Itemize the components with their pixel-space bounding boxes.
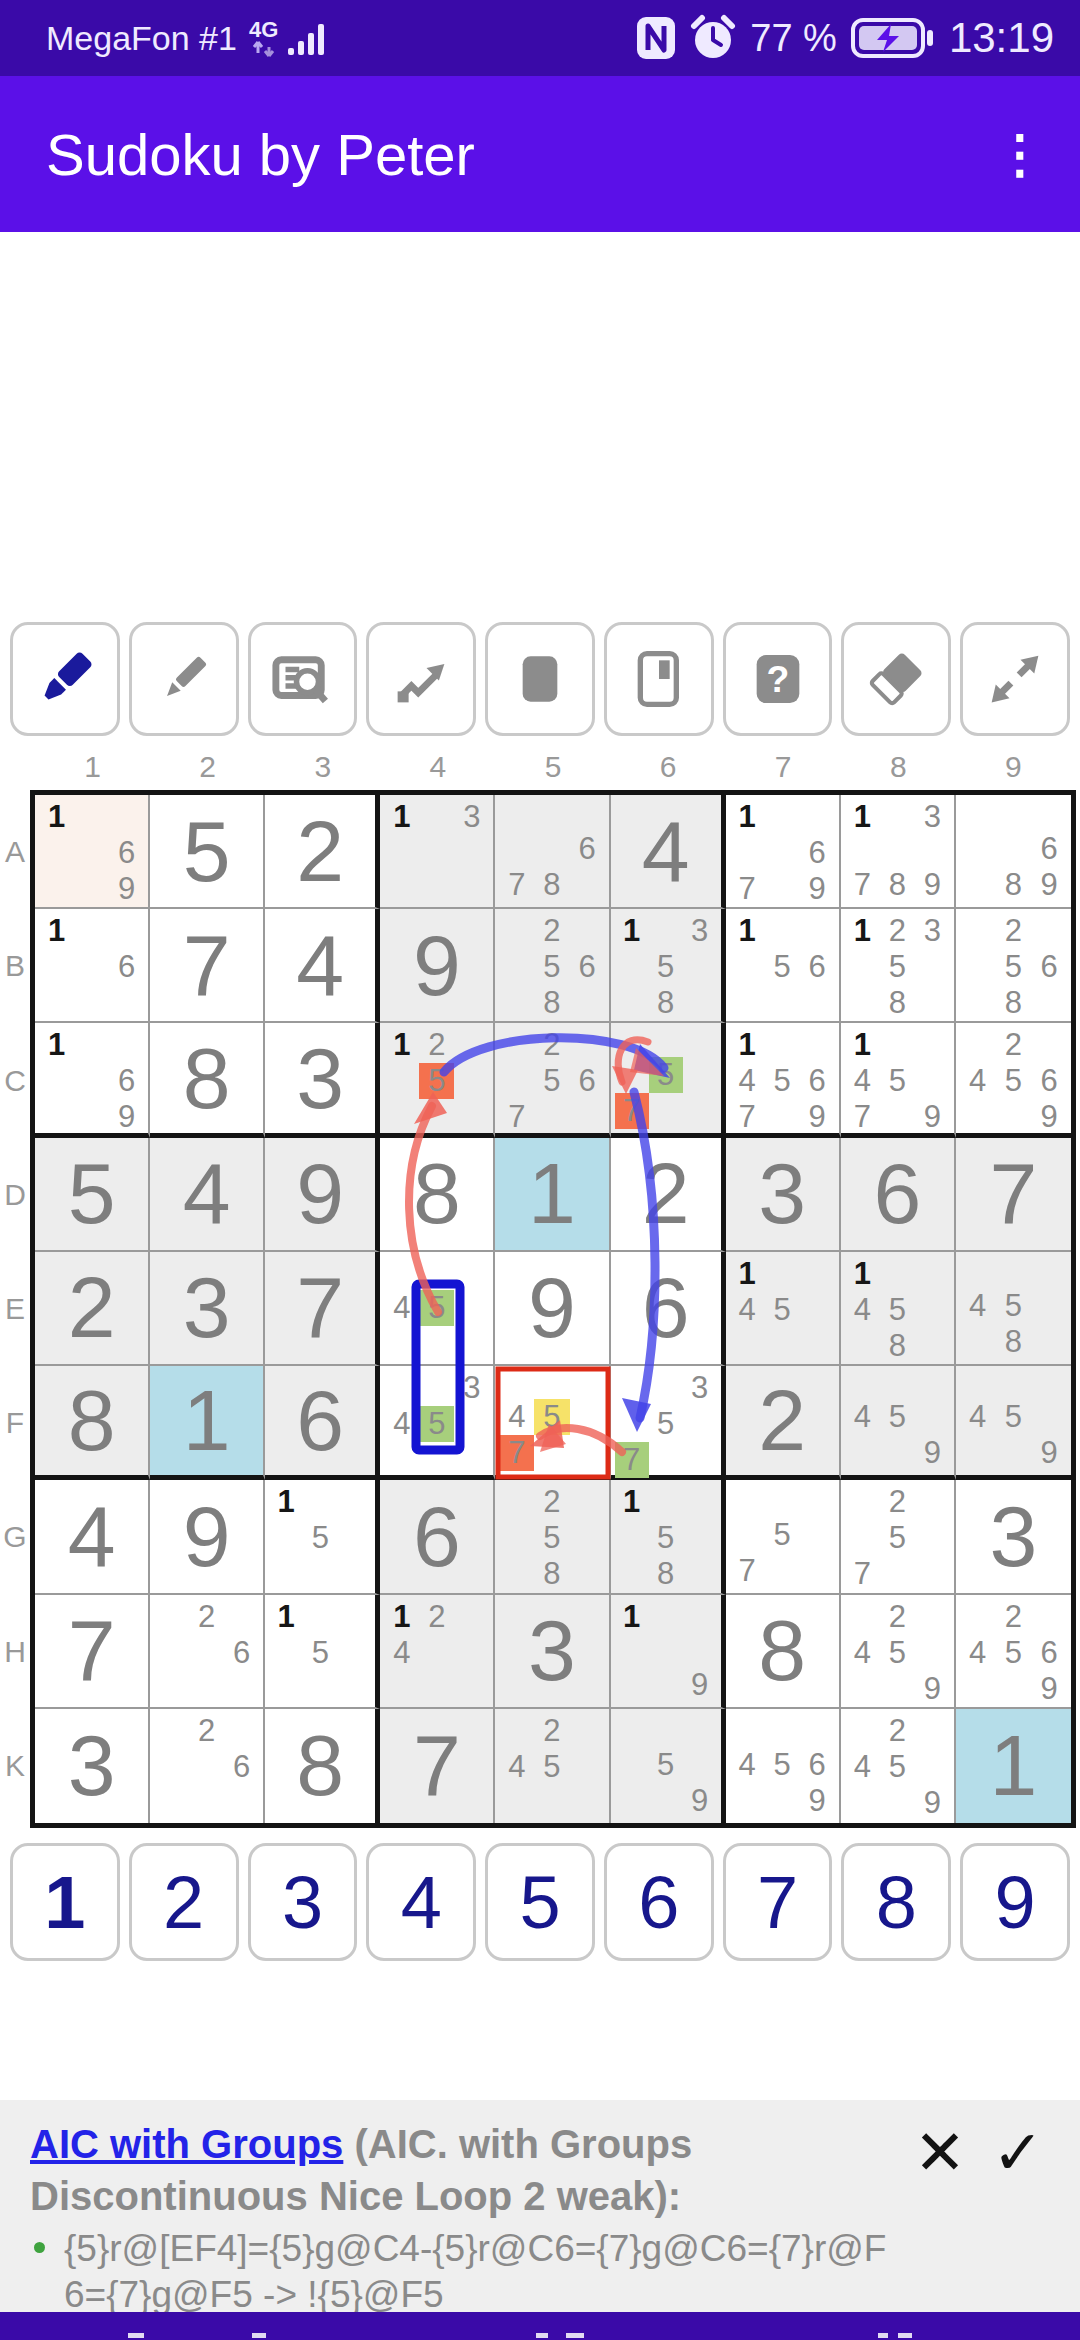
cell-H6[interactable]: 19 bbox=[611, 1595, 726, 1709]
nfc-icon bbox=[636, 14, 676, 62]
tool-corner-mark-button[interactable] bbox=[604, 622, 714, 736]
candidate bbox=[39, 949, 74, 985]
candidate bbox=[570, 1484, 605, 1520]
candidate bbox=[189, 1635, 224, 1671]
candidate: 2 bbox=[996, 913, 1032, 949]
candidate: 5 bbox=[419, 1406, 454, 1442]
candidate bbox=[880, 1785, 915, 1821]
cell-F7[interactable]: 2 bbox=[726, 1366, 841, 1480]
numpad-1-button[interactable]: 1 bbox=[10, 1843, 120, 1961]
cell-D8[interactable]: 6 bbox=[841, 1138, 956, 1252]
candidate: 4 bbox=[845, 1063, 880, 1099]
cell-A7[interactable]: 1679 bbox=[726, 795, 841, 909]
candidate bbox=[39, 1099, 74, 1135]
candidate-grid: 4569 bbox=[730, 1713, 835, 1819]
candidate: 7 bbox=[730, 1099, 765, 1135]
candidate-grid: 1679 bbox=[730, 799, 835, 903]
candidate: 5 bbox=[649, 1747, 683, 1783]
cell-C4[interactable]: 125 bbox=[380, 1023, 495, 1137]
hint-icon: ? bbox=[746, 647, 810, 711]
candidate-grid: 19 bbox=[615, 1599, 717, 1703]
tool-chain-arrow-button[interactable] bbox=[366, 622, 476, 736]
numpad-6-button[interactable]: 6 bbox=[604, 1843, 714, 1961]
numpad-2-button[interactable]: 2 bbox=[129, 1843, 239, 1961]
candidate bbox=[384, 1671, 419, 1703]
candidate-grid: 16 bbox=[39, 913, 144, 1017]
cell-F2[interactable]: 1 bbox=[150, 1366, 265, 1480]
cell-H8[interactable]: 2459 bbox=[841, 1595, 956, 1709]
candidate: 5 bbox=[419, 1290, 454, 1326]
candidate bbox=[683, 949, 717, 985]
cell-G6[interactable]: 158 bbox=[611, 1480, 726, 1594]
candidate: 8 bbox=[996, 1324, 1032, 1360]
cell-E2[interactable]: 3 bbox=[150, 1252, 265, 1366]
candidate bbox=[915, 835, 950, 867]
candidate: 2 bbox=[419, 1027, 454, 1063]
cell-G4[interactable]: 6 bbox=[380, 1480, 495, 1594]
candidate bbox=[683, 1747, 717, 1783]
candidate bbox=[683, 1093, 717, 1129]
candidate bbox=[765, 871, 800, 907]
candidate-grid: 24569 bbox=[960, 1027, 1067, 1128]
candidate bbox=[649, 1442, 683, 1478]
candidate bbox=[996, 1370, 1032, 1399]
candidate bbox=[649, 1484, 683, 1520]
candidate bbox=[765, 1027, 800, 1063]
cell-D9[interactable]: 7 bbox=[956, 1138, 1071, 1252]
cell-C5[interactable]: 2567 bbox=[495, 1023, 610, 1137]
cell-K9[interactable]: 1 bbox=[956, 1709, 1071, 1823]
candidate bbox=[615, 1635, 649, 1667]
bullet-icon bbox=[34, 2242, 45, 2253]
candidate: 4 bbox=[960, 1063, 996, 1099]
candidate bbox=[615, 1783, 649, 1819]
candidate bbox=[337, 1599, 371, 1635]
candidate: 6 bbox=[224, 1635, 259, 1671]
candidate-grid: 24569 bbox=[960, 1599, 1067, 1703]
row-label-F: F bbox=[0, 1366, 30, 1480]
candidate bbox=[683, 1713, 717, 1747]
overflow-menu-icon[interactable]: ⋮ bbox=[994, 124, 1046, 184]
cell-value: 7 bbox=[183, 916, 231, 1015]
candidate bbox=[499, 1027, 534, 1063]
numpad-4-button[interactable]: 4 bbox=[366, 1843, 476, 1961]
candidate bbox=[337, 1556, 371, 1588]
cell-G2[interactable]: 9 bbox=[150, 1480, 265, 1594]
candidate: 8 bbox=[534, 1556, 569, 1592]
candidate bbox=[765, 1256, 800, 1292]
candidate bbox=[499, 1520, 534, 1556]
cell-value: 7 bbox=[990, 1144, 1038, 1243]
cell-A9[interactable]: 689 bbox=[956, 795, 1071, 909]
candidate bbox=[683, 1556, 717, 1592]
cell-F4[interactable]: 345 bbox=[380, 1366, 495, 1480]
candidate-grid: 258 bbox=[499, 1484, 604, 1588]
candidate bbox=[880, 799, 915, 835]
candidate bbox=[615, 1520, 649, 1556]
cell-C1[interactable]: 169 bbox=[35, 1023, 150, 1137]
tool-fullscreen-button[interactable] bbox=[960, 622, 1070, 736]
candidate bbox=[454, 1635, 489, 1671]
cell-B8[interactable]: 12358 bbox=[841, 909, 956, 1023]
cell-E1[interactable]: 2 bbox=[35, 1252, 150, 1366]
candidate bbox=[683, 985, 717, 1021]
candidate-grid: 459 bbox=[960, 1370, 1067, 1471]
candidate: 5 bbox=[996, 1635, 1032, 1671]
candidate bbox=[730, 1713, 765, 1747]
candidate: 5 bbox=[303, 1635, 337, 1671]
candidate bbox=[570, 1399, 605, 1435]
cell-K8[interactable]: 2459 bbox=[841, 1709, 956, 1823]
candidate-grid: 2459 bbox=[845, 1713, 950, 1819]
cell-value: 2 bbox=[296, 802, 344, 901]
candidate bbox=[384, 1370, 419, 1406]
candidate bbox=[649, 1093, 683, 1129]
cell-B7[interactable]: 156 bbox=[726, 909, 841, 1023]
candidate bbox=[39, 985, 74, 1017]
candidate: 6 bbox=[570, 831, 605, 867]
candidate bbox=[765, 1713, 800, 1747]
fill-cell-icon bbox=[508, 647, 572, 711]
candidate bbox=[570, 799, 605, 831]
candidate bbox=[269, 1671, 303, 1703]
cell-G7[interactable]: 57 bbox=[726, 1480, 841, 1594]
cell-A3[interactable]: 2 bbox=[265, 795, 380, 909]
candidate bbox=[1031, 799, 1067, 831]
cell-B9[interactable]: 2568 bbox=[956, 909, 1071, 1023]
candidate bbox=[1031, 1599, 1067, 1635]
cell-value: 3 bbox=[183, 1258, 231, 1357]
cell-H3[interactable]: 15 bbox=[265, 1595, 380, 1709]
candidate: 4 bbox=[730, 1292, 765, 1328]
cell-A4[interactable]: 13 bbox=[380, 795, 495, 909]
cell-H1[interactable]: 7 bbox=[35, 1595, 150, 1709]
candidate bbox=[683, 1027, 717, 1056]
candidate bbox=[960, 1599, 996, 1635]
candidate bbox=[499, 913, 534, 949]
cell-C7[interactable]: 145679 bbox=[726, 1023, 841, 1137]
cell-B6[interactable]: 1358 bbox=[611, 909, 726, 1023]
cell-D2[interactable]: 4 bbox=[150, 1138, 265, 1252]
candidate bbox=[683, 1484, 717, 1520]
cell-E3[interactable]: 7 bbox=[265, 1252, 380, 1366]
candidate bbox=[154, 1635, 189, 1671]
candidate: 8 bbox=[649, 1556, 683, 1592]
candidate: 2 bbox=[534, 1484, 569, 1520]
cell-K7[interactable]: 4569 bbox=[726, 1709, 841, 1823]
candidate bbox=[649, 1667, 683, 1703]
candidate bbox=[649, 1370, 683, 1406]
candidate bbox=[649, 1027, 683, 1056]
cell-C2[interactable]: 8 bbox=[150, 1023, 265, 1137]
candidate bbox=[74, 799, 109, 835]
cell-A2[interactable]: 5 bbox=[150, 795, 265, 909]
cell-H5[interactable]: 3 bbox=[495, 1595, 610, 1709]
candidate-grid: 15 bbox=[269, 1484, 371, 1588]
candidate bbox=[800, 1713, 835, 1747]
col-label-9: 9 bbox=[956, 750, 1071, 788]
candidate bbox=[845, 1484, 880, 1520]
cell-G1[interactable]: 4 bbox=[35, 1480, 150, 1594]
candidate bbox=[880, 1671, 915, 1707]
candidate bbox=[499, 799, 534, 831]
cell-D6[interactable]: 2 bbox=[611, 1138, 726, 1252]
candidate bbox=[499, 985, 534, 1021]
cell-A8[interactable]: 13789 bbox=[841, 795, 956, 909]
cell-value: 7 bbox=[413, 1716, 461, 1815]
numpad-8-button[interactable]: 8 bbox=[841, 1843, 951, 1961]
candidate bbox=[960, 1099, 996, 1135]
candidate: 4 bbox=[845, 1635, 880, 1671]
candidate: 5 bbox=[880, 1399, 915, 1435]
candidate bbox=[534, 799, 569, 831]
cell-G9[interactable]: 3 bbox=[956, 1480, 1071, 1594]
candidate bbox=[224, 1671, 259, 1703]
candidate: 8 bbox=[996, 867, 1032, 903]
candidate bbox=[570, 913, 605, 949]
candidate bbox=[74, 949, 109, 985]
cell-H9[interactable]: 24569 bbox=[956, 1595, 1071, 1709]
apply-hint-button[interactable]: ✓ bbox=[992, 2116, 1044, 2189]
cell-C9[interactable]: 24569 bbox=[956, 1023, 1071, 1137]
candidate bbox=[800, 1328, 835, 1360]
candidate bbox=[845, 949, 880, 985]
cell-value: 6 bbox=[413, 1487, 461, 1586]
cell-H7[interactable]: 8 bbox=[726, 1595, 841, 1709]
cell-E9[interactable]: 458 bbox=[956, 1252, 1071, 1366]
candidate bbox=[499, 1785, 534, 1819]
candidate: 9 bbox=[683, 1667, 717, 1703]
candidate bbox=[960, 831, 996, 867]
cell-D5[interactable]: 1 bbox=[495, 1138, 610, 1252]
candidate bbox=[996, 1256, 1032, 1288]
candidate-grid: 689 bbox=[960, 799, 1067, 903]
cell-G8[interactable]: 257 bbox=[841, 1480, 956, 1594]
cell-A5[interactable]: 678 bbox=[495, 795, 610, 909]
cell-B2[interactable]: 7 bbox=[150, 909, 265, 1023]
candidate bbox=[615, 985, 649, 1021]
tool-analyze-button[interactable] bbox=[248, 622, 358, 736]
candidate: 5 bbox=[880, 1520, 915, 1556]
candidate: 1 bbox=[845, 913, 880, 949]
cell-A6[interactable]: 4 bbox=[611, 795, 726, 909]
candidate-grid: 156 bbox=[730, 913, 835, 1017]
candidate: 4 bbox=[845, 1399, 880, 1435]
cell-B3[interactable]: 4 bbox=[265, 909, 380, 1023]
tool-eraser-button[interactable] bbox=[841, 622, 951, 736]
cell-value: 4 bbox=[68, 1487, 116, 1586]
candidate: 1 bbox=[384, 1599, 419, 1635]
candidate-grid: 357 bbox=[615, 1370, 717, 1471]
candidate bbox=[499, 1713, 534, 1749]
candidate: 6 bbox=[570, 949, 605, 985]
candidate bbox=[419, 799, 454, 835]
candidate: 5 bbox=[649, 1406, 683, 1442]
tool-marker-pen-button[interactable] bbox=[10, 622, 120, 736]
candidate bbox=[915, 1063, 950, 1099]
candidate bbox=[39, 1063, 74, 1099]
candidate-grid: 158 bbox=[615, 1484, 717, 1588]
cell-F9[interactable]: 459 bbox=[956, 1366, 1071, 1480]
cell-E6[interactable]: 6 bbox=[611, 1252, 726, 1366]
candidate bbox=[960, 985, 996, 1021]
analyze-icon bbox=[269, 646, 335, 712]
cell-F8[interactable]: 459 bbox=[841, 1366, 956, 1480]
candidate: 4 bbox=[730, 1747, 765, 1783]
candidate: 1 bbox=[384, 799, 419, 835]
cell-C3[interactable]: 3 bbox=[265, 1023, 380, 1137]
candidate bbox=[74, 985, 109, 1017]
candidate: 5 bbox=[649, 1057, 683, 1093]
tool-fill-cell-button[interactable] bbox=[485, 622, 595, 736]
candidate-grid: 678 bbox=[499, 799, 604, 903]
candidate bbox=[109, 1027, 144, 1063]
cell-F5[interactable]: 457 bbox=[495, 1366, 610, 1480]
cell-K6[interactable]: 59 bbox=[611, 1709, 726, 1823]
numpad-9-button[interactable]: 9 bbox=[960, 1843, 1070, 1961]
numpad-7-button[interactable]: 7 bbox=[723, 1843, 833, 1961]
cell-E4[interactable]: 45 bbox=[380, 1252, 495, 1366]
candidate: 1 bbox=[615, 913, 649, 949]
candidate-grid: 14579 bbox=[845, 1027, 950, 1128]
cell-value: 2 bbox=[642, 1144, 690, 1243]
cell-G5[interactable]: 258 bbox=[495, 1480, 610, 1594]
candidate: 8 bbox=[880, 1328, 915, 1364]
candidate bbox=[570, 985, 605, 1021]
candidate bbox=[384, 835, 419, 869]
candidate bbox=[570, 1520, 605, 1556]
candidate bbox=[960, 949, 996, 985]
cell-H2[interactable]: 26 bbox=[150, 1595, 265, 1709]
candidate: 5 bbox=[649, 949, 683, 985]
cell-C6[interactable]: 57 bbox=[611, 1023, 726, 1137]
cell-F3[interactable]: 6 bbox=[265, 1366, 380, 1480]
tool-hint-button[interactable]: ? bbox=[723, 622, 833, 736]
candidate bbox=[384, 1099, 419, 1128]
candidate: 7 bbox=[845, 1556, 880, 1592]
cell-D3[interactable]: 9 bbox=[265, 1138, 380, 1252]
candidate bbox=[800, 1027, 835, 1063]
cell-B4[interactable]: 9 bbox=[380, 909, 495, 1023]
cell-G3[interactable]: 15 bbox=[265, 1480, 380, 1594]
candidate bbox=[765, 799, 800, 835]
candidate bbox=[1031, 1027, 1067, 1063]
numpad-5-button[interactable]: 5 bbox=[485, 1843, 595, 1961]
candidate bbox=[1031, 1256, 1067, 1288]
eraser-icon bbox=[863, 646, 929, 712]
candidate bbox=[419, 1256, 454, 1290]
cell-value: 3 bbox=[990, 1487, 1038, 1586]
candidate bbox=[615, 1027, 649, 1056]
marker-pen-icon bbox=[32, 646, 98, 712]
candidate: 7 bbox=[730, 871, 765, 907]
candidate bbox=[337, 1520, 371, 1556]
cell-K4[interactable]: 7 bbox=[380, 1709, 495, 1823]
candidate bbox=[845, 1328, 880, 1364]
candidate: 7 bbox=[730, 1553, 765, 1589]
cell-K1[interactable]: 3 bbox=[35, 1709, 150, 1823]
candidate: 1 bbox=[615, 1484, 649, 1520]
candidate: 1 bbox=[39, 799, 74, 835]
cell-F1[interactable]: 8 bbox=[35, 1366, 150, 1480]
cell-H4[interactable]: 124 bbox=[380, 1595, 495, 1709]
candidate: 5 bbox=[534, 1399, 569, 1435]
candidate-grid: 145 bbox=[730, 1256, 835, 1360]
candidate bbox=[845, 835, 880, 867]
cell-C8[interactable]: 14579 bbox=[841, 1023, 956, 1137]
candidate bbox=[570, 1713, 605, 1749]
candidate bbox=[845, 1671, 880, 1707]
cell-D4[interactable]: 8 bbox=[380, 1138, 495, 1252]
cell-K2[interactable]: 26 bbox=[150, 1709, 265, 1823]
candidate: 5 bbox=[534, 1063, 569, 1099]
candidate-grid: 26 bbox=[154, 1599, 259, 1703]
candidate bbox=[74, 871, 109, 907]
candidate bbox=[454, 1099, 489, 1128]
hint-technique-link[interactable]: AIC with Groups bbox=[30, 2122, 343, 2166]
candidate: 9 bbox=[915, 1785, 950, 1821]
numpad-3-button[interactable]: 3 bbox=[248, 1843, 358, 1961]
cell-D1[interactable]: 5 bbox=[35, 1138, 150, 1252]
candidate-grid: 45 bbox=[384, 1256, 489, 1360]
row-labels: ABCDEFGHK bbox=[0, 795, 30, 1823]
cell-D7[interactable]: 3 bbox=[726, 1138, 841, 1252]
candidate: 8 bbox=[649, 985, 683, 1021]
cell-B1[interactable]: 16 bbox=[35, 909, 150, 1023]
dismiss-hint-button[interactable]: ✕ bbox=[914, 2116, 966, 2189]
cell-E7[interactable]: 145 bbox=[726, 1252, 841, 1366]
cell-B5[interactable]: 2568 bbox=[495, 909, 610, 1023]
candidate bbox=[154, 1599, 189, 1635]
bottom-bar bbox=[0, 2312, 1080, 2340]
candidate: 7 bbox=[845, 1099, 880, 1135]
cell-K5[interactable]: 245 bbox=[495, 1709, 610, 1823]
candidate: 9 bbox=[683, 1783, 717, 1819]
cell-K3[interactable]: 8 bbox=[265, 1709, 380, 1823]
candidate bbox=[649, 1635, 683, 1667]
candidate: 7 bbox=[499, 1435, 534, 1471]
candidate bbox=[765, 1099, 800, 1135]
cell-E5[interactable]: 9 bbox=[495, 1252, 610, 1366]
tool-pencil-button[interactable] bbox=[129, 622, 239, 736]
candidate bbox=[454, 1671, 489, 1703]
candidate bbox=[880, 1435, 915, 1471]
candidate bbox=[499, 1370, 534, 1399]
candidate bbox=[765, 835, 800, 871]
cell-value: 3 bbox=[68, 1716, 116, 1815]
candidate-grid: 169 bbox=[39, 799, 144, 903]
cell-value: 7 bbox=[296, 1258, 344, 1357]
signal-strength-icon bbox=[284, 16, 330, 60]
cell-E8[interactable]: 1458 bbox=[841, 1252, 956, 1366]
cell-A1[interactable]: 169 bbox=[35, 795, 150, 909]
candidate bbox=[454, 1442, 489, 1471]
candidate bbox=[303, 1671, 337, 1703]
hint-actions: ✕ ✓ bbox=[914, 2116, 1044, 2189]
battery-charging-icon bbox=[851, 16, 935, 60]
candidate bbox=[683, 1635, 717, 1667]
candidate bbox=[570, 1556, 605, 1592]
candidate: 5 bbox=[996, 1063, 1032, 1099]
candidate: 2 bbox=[880, 1484, 915, 1520]
candidate bbox=[570, 1370, 605, 1399]
candidate bbox=[915, 1749, 950, 1785]
cell-F6[interactable]: 357 bbox=[611, 1366, 726, 1480]
candidate bbox=[499, 1556, 534, 1592]
cell-value: 9 bbox=[296, 1144, 344, 1243]
candidate bbox=[384, 1063, 419, 1099]
cell-value: 3 bbox=[758, 1144, 806, 1243]
